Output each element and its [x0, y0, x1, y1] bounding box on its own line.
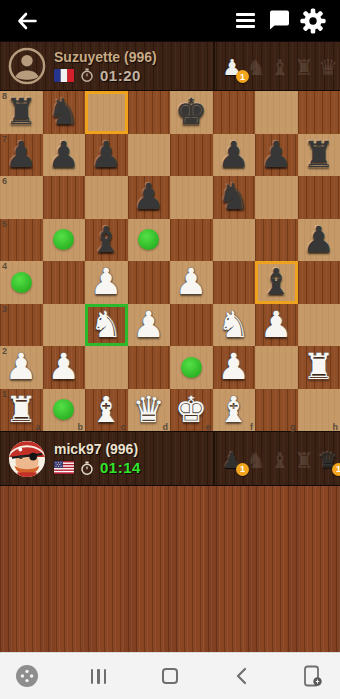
captured-white-knight: ♞	[244, 51, 268, 81]
opponent-name: Suzuyette (996)	[54, 49, 213, 65]
rank-label: 7	[2, 134, 7, 144]
square-e3[interactable]	[170, 304, 213, 347]
square-c6[interactable]	[85, 176, 128, 219]
wood-background	[0, 486, 340, 652]
rank-label: 5	[2, 219, 7, 229]
square-g8[interactable]	[255, 91, 298, 134]
square-g1[interactable]: g	[255, 389, 298, 432]
rank-label: 1	[2, 389, 7, 399]
square-f1[interactable]: f♝	[213, 389, 256, 432]
file-label: f	[250, 422, 253, 432]
file-label: d	[163, 422, 169, 432]
legal-move-dot[interactable]	[53, 229, 74, 250]
captured-white-queen: ♛	[316, 51, 340, 81]
square-f2[interactable]: ♟	[213, 346, 256, 389]
player-info: mick97 (996) 01:14	[54, 441, 213, 476]
black-pawn: ♟	[128, 176, 171, 219]
captured-black-queen: ♛1	[316, 444, 340, 474]
black-pawn: ♟	[213, 134, 256, 177]
black-bishop: ♝	[85, 219, 128, 262]
white-pawn: ♟	[170, 261, 213, 304]
opponent-panel: Suzuyette (996) 01:20 ♟1♞♝♜♛	[0, 41, 340, 91]
square-a4[interactable]: 4	[0, 261, 43, 304]
square-d7[interactable]	[128, 134, 171, 177]
recent-apps-icon[interactable]	[84, 661, 114, 691]
square-g6[interactable]	[255, 176, 298, 219]
rank-label: 8	[2, 91, 7, 101]
file-label: c	[120, 422, 125, 432]
black-bishop: ♝	[255, 261, 298, 304]
stopwatch-icon	[80, 461, 94, 475]
france-flag-icon	[54, 69, 74, 82]
captured-white-rook: ♜	[292, 51, 316, 81]
black-knight: ♞	[213, 176, 256, 219]
square-c4[interactable]: ♟	[85, 261, 128, 304]
settings-gear-icon[interactable]	[296, 4, 330, 38]
file-label: h	[333, 422, 339, 432]
square-f4[interactable]	[213, 261, 256, 304]
square-h5[interactable]: ♟	[298, 219, 340, 262]
opponent-captured-tray: ♟1♞♝♜♛	[213, 42, 340, 90]
black-pawn: ♟	[85, 134, 128, 177]
square-f8[interactable]	[213, 91, 256, 134]
square-h6[interactable]	[298, 176, 340, 219]
player-name: mick97 (996)	[54, 441, 213, 457]
square-h7[interactable]: ♜	[298, 134, 340, 177]
square-e4[interactable]: ♟	[170, 261, 213, 304]
square-g5[interactable]	[255, 219, 298, 262]
square-g2[interactable]	[255, 346, 298, 389]
captured-white-bishop: ♝	[268, 51, 292, 81]
square-b1[interactable]: b	[43, 389, 86, 432]
square-c2[interactable]	[85, 346, 128, 389]
square-c3[interactable]: ♞	[85, 304, 128, 347]
white-pawn: ♟	[43, 346, 86, 389]
square-d6[interactable]: ♟	[128, 176, 171, 219]
opponent-info: Suzuyette (996) 01:20	[54, 49, 213, 84]
square-a3[interactable]: 3	[0, 304, 43, 347]
white-pawn: ♟	[213, 346, 256, 389]
android-nav-bar	[0, 652, 340, 699]
square-b2[interactable]: ♟	[43, 346, 86, 389]
square-b5[interactable]	[43, 219, 86, 262]
captured-count-badge: 1	[332, 463, 340, 476]
square-a7[interactable]: 7♟	[0, 134, 43, 177]
square-e8[interactable]: ♚	[170, 91, 213, 134]
file-label: g	[290, 422, 296, 432]
square-f5[interactable]	[213, 219, 256, 262]
black-pawn: ♟	[298, 219, 340, 262]
opponent-clock: 01:20	[100, 67, 141, 84]
back-icon[interactable]	[227, 661, 257, 691]
square-h4[interactable]	[298, 261, 340, 304]
legal-move-dot[interactable]	[11, 272, 32, 293]
square-h3[interactable]	[298, 304, 340, 347]
captured-white-pawn: ♟1	[220, 51, 244, 81]
rank-label: 2	[2, 346, 7, 356]
square-f7[interactable]: ♟	[213, 134, 256, 177]
rank-label: 4	[2, 261, 7, 271]
square-h1[interactable]: h	[298, 389, 340, 432]
square-a8[interactable]: 8♜	[0, 91, 43, 134]
white-rook: ♜	[298, 346, 340, 389]
white-pawn: ♟	[255, 304, 298, 347]
square-g4[interactable]: ♝	[255, 261, 298, 304]
captured-black-rook: ♜	[292, 444, 316, 474]
black-king: ♚	[170, 91, 213, 134]
player-clock: 01:14	[100, 459, 141, 476]
chess-board[interactable]: 8♜♞♚7♟♟♟♟♟♜6♟♞5♝♟4♟♟♝3♞♟♞♟2♟♟♟♜1a♜bc♝d♛e…	[0, 91, 340, 431]
square-c8[interactable]	[85, 91, 128, 134]
legal-move-dot[interactable]	[53, 399, 74, 420]
rank-label: 3	[2, 304, 7, 314]
chat-bubble-icon[interactable]	[262, 4, 296, 38]
moves-list-icon[interactable]	[228, 4, 262, 38]
black-rook: ♜	[298, 134, 340, 177]
square-a1[interactable]: 1a♜	[0, 389, 43, 432]
square-d5[interactable]	[128, 219, 171, 262]
file-label: e	[205, 422, 210, 432]
home-icon[interactable]	[155, 661, 185, 691]
captured-black-knight: ♞	[244, 444, 268, 474]
white-pawn: ♟	[85, 261, 128, 304]
player-panel: mick97 (996) 01:14 ♟1♞♝♜♛1	[0, 431, 340, 486]
square-a6[interactable]: 6	[0, 176, 43, 219]
rank-label: 6	[2, 176, 7, 186]
square-d2[interactable]	[128, 346, 171, 389]
black-pawn: ♟	[43, 134, 86, 177]
player-avatar[interactable]	[8, 440, 46, 478]
white-bishop: ♝	[213, 389, 256, 432]
square-d8[interactable]	[128, 91, 171, 134]
square-g3[interactable]: ♟	[255, 304, 298, 347]
square-b6[interactable]	[43, 176, 86, 219]
opponent-avatar[interactable]	[8, 47, 46, 85]
square-b7[interactable]: ♟	[43, 134, 86, 177]
square-c1[interactable]: c♝	[85, 389, 128, 432]
chess-app-screen: Suzuyette (996) 01:20 ♟1♞♝♜♛ 8♜♞♚7♟♟♟♟♟♜…	[0, 0, 340, 699]
captured-black-pawn: ♟1	[220, 444, 244, 474]
captured-black-bishop: ♝	[268, 444, 292, 474]
square-e7[interactable]	[170, 134, 213, 177]
white-knight: ♞	[213, 304, 256, 347]
square-b3[interactable]	[43, 304, 86, 347]
square-f3[interactable]: ♞	[213, 304, 256, 347]
square-c7[interactable]: ♟	[85, 134, 128, 177]
square-e6[interactable]	[170, 176, 213, 219]
square-g7[interactable]: ♟	[255, 134, 298, 177]
square-h8[interactable]	[298, 91, 340, 134]
stopwatch-icon	[80, 68, 94, 82]
back-arrow-icon[interactable]	[10, 4, 44, 38]
white-knight: ♞	[85, 304, 128, 347]
square-c5[interactable]: ♝	[85, 219, 128, 262]
square-b8[interactable]: ♞	[43, 91, 86, 134]
square-f6[interactable]: ♞	[213, 176, 256, 219]
white-pawn: ♟	[128, 304, 171, 347]
player-captured-tray: ♟1♞♝♜♛1	[213, 432, 340, 485]
black-knight: ♞	[43, 91, 86, 134]
square-b4[interactable]	[43, 261, 86, 304]
app-bar	[0, 0, 340, 41]
usa-flag-icon	[54, 461, 74, 474]
file-label: a	[35, 422, 40, 432]
square-a2[interactable]: 2♟	[0, 346, 43, 389]
file-label: b	[78, 422, 84, 432]
square-d3[interactable]: ♟	[128, 304, 171, 347]
square-d4[interactable]	[128, 261, 171, 304]
square-e5[interactable]	[170, 219, 213, 262]
square-e2[interactable]	[170, 346, 213, 389]
legal-move-dot[interactable]	[138, 229, 159, 250]
game-tools-icon[interactable]	[12, 661, 42, 691]
legal-move-dot[interactable]	[181, 357, 202, 378]
black-pawn: ♟	[255, 134, 298, 177]
touch-protect-icon[interactable]	[298, 661, 328, 691]
square-d1[interactable]: d♛	[128, 389, 171, 432]
square-e1[interactable]: e♚	[170, 389, 213, 432]
square-a5[interactable]: 5	[0, 219, 43, 262]
square-h2[interactable]: ♜	[298, 346, 340, 389]
